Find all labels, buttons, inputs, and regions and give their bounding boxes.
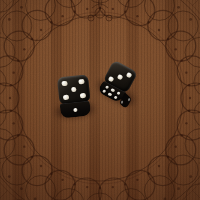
engraving-detail bbox=[10, 84, 12, 86]
engraving-detail bbox=[185, 122, 187, 124]
engraving-detail bbox=[181, 59, 183, 61]
die-left[interactable] bbox=[57, 74, 92, 118]
engraving-detail bbox=[175, 145, 177, 147]
pip bbox=[73, 108, 77, 112]
engraving-detail bbox=[10, 110, 12, 112]
pip bbox=[104, 85, 109, 89]
engraving-detail bbox=[73, 10, 75, 12]
pip bbox=[80, 93, 86, 99]
engraving-detail bbox=[23, 145, 25, 147]
pip bbox=[108, 92, 113, 96]
engraving-detail bbox=[112, 186, 114, 188]
game-board bbox=[0, 0, 200, 200]
engraving-detail bbox=[175, 48, 177, 50]
engraving-detail bbox=[147, 173, 149, 175]
engraving-detail bbox=[181, 134, 183, 136]
engraving-detail bbox=[8, 18, 11, 21]
engraving-detail bbox=[50, 21, 52, 23]
engraving-detail bbox=[20, 6, 23, 9]
wood-grain-noise bbox=[0, 0, 200, 200]
engraving-detail bbox=[12, 122, 14, 124]
pip bbox=[121, 100, 124, 104]
engraving-detail bbox=[124, 183, 126, 185]
pip bbox=[102, 89, 107, 93]
pip bbox=[62, 80, 68, 86]
engraving-detail bbox=[158, 165, 160, 167]
engraving-detail bbox=[167, 156, 169, 158]
engraving-detail bbox=[17, 134, 19, 136]
engraving-detail bbox=[136, 179, 138, 181]
pip bbox=[127, 98, 130, 102]
engraving-detail bbox=[50, 173, 52, 175]
pip bbox=[126, 71, 133, 78]
engraving-detail bbox=[112, 8, 114, 10]
engraving-detail bbox=[61, 179, 63, 181]
pip bbox=[113, 95, 118, 99]
engraving-detail bbox=[12, 71, 14, 73]
engraving-detail bbox=[40, 29, 42, 31]
engraving-detail bbox=[167, 38, 169, 40]
engraving-detail bbox=[188, 110, 190, 112]
pip bbox=[78, 79, 84, 85]
pip bbox=[71, 87, 77, 93]
engraving-detail bbox=[136, 15, 138, 17]
engraving-detail bbox=[20, 187, 23, 190]
engraving-detail bbox=[147, 21, 149, 23]
engraving-detail bbox=[23, 48, 25, 50]
pip bbox=[63, 94, 69, 100]
pip bbox=[117, 73, 124, 80]
engraving-detail bbox=[185, 71, 187, 73]
engraving-detail bbox=[8, 175, 11, 178]
engraving-detail bbox=[124, 10, 126, 12]
engraving-detail bbox=[73, 183, 75, 185]
engraving-detail bbox=[86, 186, 88, 188]
pip bbox=[110, 88, 115, 92]
engraving-detail bbox=[99, 187, 101, 189]
engraving-detail bbox=[31, 38, 33, 40]
pip bbox=[116, 91, 121, 95]
engraving-detail bbox=[40, 165, 42, 167]
engraving-detail bbox=[189, 97, 191, 99]
engraving-detail bbox=[177, 6, 180, 9]
engraving-detail bbox=[188, 84, 190, 86]
engraving-detail bbox=[17, 59, 19, 61]
mandala-engraving bbox=[0, 0, 200, 200]
engraving-detail bbox=[189, 175, 192, 178]
engraving-detail bbox=[189, 18, 192, 21]
engraving-detail bbox=[31, 156, 33, 158]
engraving-detail bbox=[158, 29, 160, 31]
engraving-detail bbox=[61, 15, 63, 17]
die-left-front-face bbox=[60, 100, 91, 118]
pip bbox=[108, 75, 115, 82]
engraving-detail bbox=[86, 8, 88, 10]
engraving-detail bbox=[9, 97, 11, 99]
engraving-detail bbox=[177, 187, 180, 190]
